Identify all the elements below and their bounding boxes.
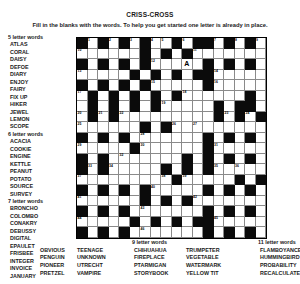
white-cell[interactable] (203, 175, 214, 186)
white-cell[interactable] (245, 80, 256, 91)
white-cell[interactable] (98, 122, 109, 133)
white-cell[interactable] (151, 206, 162, 217)
white-cell[interactable] (203, 112, 214, 123)
white-cell[interactable] (224, 175, 235, 186)
white-cell[interactable] (119, 196, 130, 207)
white-cell[interactable] (256, 70, 267, 81)
white-cell[interactable] (130, 196, 141, 207)
white-cell[interactable] (224, 217, 235, 228)
white-cell[interactable]: 31 (214, 143, 225, 154)
white-cell[interactable] (193, 143, 204, 154)
white-cell[interactable] (256, 164, 267, 175)
white-cell[interactable] (130, 154, 141, 165)
white-cell[interactable] (224, 143, 235, 154)
clue-number: 28 (141, 132, 145, 136)
white-cell[interactable] (88, 185, 99, 196)
word-list-header: 5 letter words (8, 34, 74, 41)
white-cell[interactable] (88, 196, 99, 207)
white-cell[interactable] (140, 217, 151, 228)
white-cell[interactable] (256, 227, 267, 238)
white-cell[interactable] (88, 206, 99, 217)
white-cell[interactable] (235, 80, 246, 91)
white-cell[interactable] (151, 227, 162, 238)
white-cell[interactable] (214, 175, 225, 186)
white-cell[interactable] (224, 196, 235, 207)
clue-number: 26 (172, 122, 176, 126)
crossword-grid: 123456789101112A131415161718192021222324… (76, 37, 267, 239)
white-cell[interactable]: 34 (109, 164, 120, 175)
black-cell (235, 112, 246, 123)
white-cell[interactable] (98, 49, 109, 60)
white-cell[interactable] (224, 164, 235, 175)
black-cell (203, 154, 214, 165)
white-cell[interactable]: 5 (161, 38, 172, 49)
white-cell[interactable] (214, 206, 225, 217)
white-cell[interactable] (245, 217, 256, 228)
white-cell[interactable] (130, 133, 141, 144)
white-cell[interactable] (214, 154, 225, 165)
white-cell[interactable]: 10 (77, 49, 88, 60)
white-cell[interactable]: 17 (77, 91, 88, 102)
white-cell[interactable] (256, 59, 267, 70)
white-cell[interactable] (193, 206, 204, 217)
clue-number: 46 (141, 227, 145, 231)
white-cell[interactable] (245, 175, 256, 186)
white-cell[interactable] (88, 122, 99, 133)
white-cell[interactable] (119, 101, 130, 112)
white-cell[interactable] (182, 80, 193, 91)
white-cell[interactable] (161, 227, 172, 238)
black-cell (172, 38, 183, 49)
white-cell[interactable] (256, 154, 267, 165)
white-cell[interactable] (256, 101, 267, 112)
white-cell[interactable] (140, 175, 151, 186)
white-cell[interactable] (109, 196, 120, 207)
clue-number: 31 (214, 143, 218, 147)
white-cell[interactable] (193, 80, 204, 91)
white-cell[interactable]: 41 (77, 196, 88, 207)
white-cell[interactable] (151, 154, 162, 165)
white-cell[interactable]: 39 (182, 175, 193, 186)
black-cell (224, 227, 235, 238)
white-cell[interactable] (130, 122, 141, 133)
white-cell[interactable] (109, 175, 120, 186)
white-cell[interactable] (140, 101, 151, 112)
white-cell[interactable] (98, 101, 109, 112)
white-cell[interactable] (109, 59, 120, 70)
white-cell[interactable] (151, 112, 162, 123)
black-cell (77, 227, 88, 238)
puzzle-instructions: Fill in the blanks with the words. To he… (0, 22, 300, 28)
white-cell[interactable] (151, 164, 162, 175)
white-cell[interactable] (182, 206, 193, 217)
white-cell[interactable] (235, 91, 246, 102)
clue-number: 13 (78, 69, 82, 73)
white-cell[interactable] (109, 80, 120, 91)
white-cell[interactable] (119, 143, 130, 154)
white-cell[interactable] (235, 154, 246, 165)
white-cell[interactable] (161, 70, 172, 81)
black-cell (256, 175, 267, 186)
white-cell[interactable] (88, 80, 99, 91)
white-cell[interactable]: 30 (140, 143, 151, 154)
word-item: SCOPE (8, 123, 74, 130)
white-cell[interactable]: 13 (77, 70, 88, 81)
white-cell[interactable] (109, 122, 120, 133)
clue-number: 34 (109, 164, 113, 168)
white-cell[interactable] (172, 206, 183, 217)
black-cell (203, 59, 214, 70)
white-cell[interactable] (235, 185, 246, 196)
white-cell[interactable] (119, 70, 130, 81)
white-cell[interactable] (214, 49, 225, 60)
white-cell[interactable] (161, 206, 172, 217)
white-cell[interactable]: 2 (109, 38, 120, 49)
puzzle-title: CRISS-CROSS (0, 11, 300, 18)
white-cell[interactable]: 16 (214, 80, 225, 91)
white-cell[interactable]: 1 (88, 38, 99, 49)
word-item: TEENAGE (75, 247, 106, 255)
white-cell[interactable] (130, 112, 141, 123)
white-cell[interactable] (245, 49, 256, 60)
white-cell[interactable] (256, 91, 267, 102)
white-cell[interactable] (88, 133, 99, 144)
word-item: COOKIE (8, 146, 74, 153)
white-cell[interactable] (235, 206, 246, 217)
white-cell[interactable] (245, 122, 256, 133)
white-cell[interactable] (193, 175, 204, 186)
white-cell[interactable] (193, 185, 204, 196)
white-cell[interactable] (119, 217, 130, 228)
white-cell[interactable] (119, 91, 130, 102)
black-cell (203, 133, 214, 144)
white-cell[interactable]: 27 (193, 122, 204, 133)
white-cell[interactable] (245, 70, 256, 81)
white-cell[interactable]: 4 (151, 38, 162, 49)
white-cell[interactable] (203, 101, 214, 112)
white-cell[interactable] (172, 49, 183, 60)
white-cell[interactable] (256, 49, 267, 60)
white-cell[interactable] (98, 217, 109, 228)
white-cell[interactable] (214, 196, 225, 207)
given-letter: A (182, 59, 192, 69)
white-cell[interactable] (88, 154, 99, 165)
white-cell[interactable] (151, 175, 162, 186)
white-cell[interactable] (140, 91, 151, 102)
white-cell[interactable]: 46 (140, 227, 151, 238)
black-cell (140, 80, 151, 91)
white-cell[interactable] (245, 143, 256, 154)
white-cell[interactable] (224, 122, 235, 133)
white-cell[interactable]: 6 (182, 38, 193, 49)
black-cell (245, 154, 256, 165)
black-cell (245, 206, 256, 217)
white-cell[interactable] (193, 164, 204, 175)
white-cell[interactable] (109, 206, 120, 217)
white-cell[interactable] (77, 101, 88, 112)
white-cell[interactable] (161, 59, 172, 70)
white-cell[interactable]: 19 (161, 101, 172, 112)
white-cell[interactable]: 23 (224, 112, 235, 123)
word-list-header: 9 letter words (132, 239, 168, 247)
white-cell[interactable] (140, 70, 151, 81)
white-cell[interactable] (109, 133, 120, 144)
white-cell[interactable]: 9 (256, 38, 267, 49)
white-cell[interactable]: 45 (214, 217, 225, 228)
white-cell[interactable]: 44 (77, 217, 88, 228)
white-cell[interactable] (109, 227, 120, 238)
white-cell[interactable]: 24 (245, 112, 256, 123)
black-cell (214, 112, 225, 123)
white-cell[interactable] (214, 185, 225, 196)
black-cell (88, 112, 99, 123)
white-cell[interactable]: 14 (214, 70, 225, 81)
white-cell[interactable] (193, 101, 204, 112)
white-cell[interactable] (256, 196, 267, 207)
white-cell[interactable]: 35 (214, 164, 225, 175)
white-cell[interactable] (182, 185, 193, 196)
white-cell[interactable] (256, 122, 267, 133)
white-cell[interactable] (98, 70, 109, 81)
white-cell[interactable] (182, 143, 193, 154)
white-cell[interactable] (256, 143, 267, 154)
white-cell[interactable] (98, 91, 109, 102)
white-cell[interactable] (130, 227, 141, 238)
white-cell[interactable] (119, 164, 130, 175)
white-cell[interactable] (151, 196, 162, 207)
white-cell[interactable]: 32 (119, 154, 130, 165)
white-cell[interactable] (161, 154, 172, 165)
white-cell[interactable]: 29 (77, 143, 88, 154)
white-cell[interactable] (161, 143, 172, 154)
white-cell[interactable]: 22 (119, 112, 130, 123)
white-cell[interactable] (224, 70, 235, 81)
black-cell (224, 154, 235, 165)
white-cell[interactable] (224, 91, 235, 102)
white-cell[interactable] (193, 133, 204, 144)
white-cell[interactable] (193, 91, 204, 102)
black-cell (245, 101, 256, 112)
white-cell[interactable] (172, 227, 183, 238)
white-cell[interactable] (214, 59, 225, 70)
black-cell (235, 101, 246, 112)
white-cell[interactable] (172, 133, 183, 144)
clue-number: 17 (78, 90, 82, 94)
white-cell[interactable]: 21 (98, 112, 109, 123)
clue-number: 30 (141, 143, 145, 147)
white-cell[interactable] (130, 80, 141, 91)
white-cell[interactable] (235, 122, 246, 133)
clue-number: 37 (78, 174, 82, 178)
white-cell[interactable] (161, 80, 172, 91)
white-cell[interactable] (140, 112, 151, 123)
white-cell[interactable] (214, 227, 225, 238)
white-cell[interactable] (193, 227, 204, 238)
white-cell[interactable] (151, 49, 162, 60)
white-cell[interactable] (172, 164, 183, 175)
white-cell[interactable] (130, 59, 141, 70)
white-cell[interactable] (161, 217, 172, 228)
white-cell[interactable] (235, 143, 246, 154)
white-cell[interactable] (172, 196, 183, 207)
black-cell (161, 122, 172, 133)
white-cell[interactable]: 43 (140, 206, 151, 217)
black-cell (172, 217, 183, 228)
black-cell (140, 38, 151, 49)
white-cell[interactable] (256, 80, 267, 91)
white-cell[interactable] (140, 154, 151, 165)
white-cell[interactable]: 37 (77, 175, 88, 186)
black-cell (245, 91, 256, 102)
white-cell[interactable] (161, 112, 172, 123)
white-cell[interactable] (119, 122, 130, 133)
white-cell[interactable]: 42 (193, 196, 204, 207)
black-cell (88, 101, 99, 112)
white-cell[interactable] (193, 112, 204, 123)
white-cell[interactable] (109, 143, 120, 154)
word-item: OBVIOUS (38, 247, 65, 255)
white-cell[interactable]: 15 (151, 80, 162, 91)
white-cell[interactable]: 36 (235, 164, 246, 175)
white-cell[interactable] (119, 175, 130, 186)
black-cell (172, 91, 183, 102)
white-cell[interactable] (109, 185, 120, 196)
white-cell[interactable] (88, 59, 99, 70)
white-cell[interactable]: 33 (88, 164, 99, 175)
white-cell[interactable]: 28 (140, 133, 151, 144)
white-cell[interactable] (224, 80, 235, 91)
black-cell (77, 80, 88, 91)
clue-number: 25 (78, 122, 82, 126)
white-cell[interactable]: 26 (172, 122, 183, 133)
white-cell[interactable] (172, 143, 183, 154)
white-cell[interactable] (256, 185, 267, 196)
white-cell[interactable] (172, 80, 183, 91)
white-cell[interactable]: 18 (182, 91, 193, 102)
white-cell[interactable] (130, 185, 141, 196)
white-cell[interactable] (109, 49, 120, 60)
white-cell[interactable]: 8 (235, 38, 246, 49)
white-cell[interactable] (182, 112, 193, 123)
white-cell[interactable] (182, 217, 193, 228)
black-cell (109, 91, 120, 102)
white-cell[interactable] (161, 133, 172, 144)
white-cell[interactable]: 40 (151, 185, 162, 196)
white-cell[interactable] (161, 185, 172, 196)
white-cell[interactable] (109, 217, 120, 228)
white-cell[interactable] (193, 154, 204, 165)
white-cell[interactable] (182, 227, 193, 238)
white-cell[interactable] (256, 133, 267, 144)
black-cell (98, 59, 109, 70)
white-cell[interactable] (109, 154, 120, 165)
white-cell[interactable] (256, 206, 267, 217)
white-cell[interactable] (203, 49, 214, 60)
white-cell[interactable] (235, 196, 246, 207)
white-cell[interactable] (193, 59, 204, 70)
white-cell[interactable]: 11 (193, 49, 204, 60)
white-cell[interactable]: 38 (161, 175, 172, 186)
white-cell[interactable] (88, 70, 99, 81)
white-cell[interactable] (182, 122, 193, 133)
white-cell[interactable] (235, 70, 246, 81)
white-cell[interactable] (235, 49, 246, 60)
white-cell[interactable] (130, 175, 141, 186)
white-cell[interactable] (151, 122, 162, 133)
white-cell[interactable] (235, 217, 246, 228)
white-cell[interactable] (130, 164, 141, 175)
white-cell[interactable] (214, 122, 225, 133)
white-cell[interactable] (172, 154, 183, 165)
white-cell[interactable]: 20 (77, 112, 88, 123)
white-cell[interactable] (88, 217, 99, 228)
white-cell[interactable]: 7 (214, 38, 225, 49)
white-cell[interactable] (182, 101, 193, 112)
white-cell[interactable]: 25 (77, 122, 88, 133)
white-cell[interactable] (235, 227, 246, 238)
white-cell[interactable] (203, 122, 214, 133)
white-cell[interactable] (119, 49, 130, 60)
word-item: ACACIA (8, 138, 74, 145)
white-cell[interactable] (98, 175, 109, 186)
white-cell[interactable] (203, 91, 214, 102)
white-cell[interactable] (172, 59, 183, 70)
white-cell[interactable] (245, 196, 256, 207)
white-cell[interactable] (182, 70, 193, 81)
white-cell[interactable] (88, 49, 99, 60)
white-cell[interactable] (130, 206, 141, 217)
white-cell[interactable] (203, 196, 214, 207)
word-item: SURVEY (8, 191, 74, 198)
word-item: KETTLE (8, 161, 74, 168)
clue-number: 1 (88, 38, 90, 42)
white-cell[interactable] (214, 91, 225, 102)
white-cell[interactable] (88, 143, 99, 154)
white-cell[interactable] (172, 101, 183, 112)
white-cell[interactable] (214, 133, 225, 144)
word-list-column: 9 letter wordsCHIHUAHUAFIREPLACEPTARMIGA… (132, 239, 168, 278)
white-cell[interactable] (172, 185, 183, 196)
white-cell[interactable] (235, 59, 246, 70)
black-cell (193, 217, 204, 228)
white-cell[interactable] (151, 133, 162, 144)
white-cell[interactable] (130, 49, 141, 60)
white-cell[interactable] (88, 227, 99, 238)
black-cell (77, 38, 88, 49)
white-cell[interactable]: 3 (130, 38, 141, 49)
white-cell[interactable] (256, 217, 267, 228)
white-cell[interactable] (98, 143, 109, 154)
white-cell[interactable] (235, 133, 246, 144)
spacer (75, 239, 106, 247)
white-cell[interactable] (172, 112, 183, 123)
white-cell[interactable]: A (182, 59, 193, 70)
white-cell[interactable] (182, 133, 193, 144)
clue-number: 12 (151, 59, 155, 63)
white-cell[interactable] (151, 143, 162, 154)
black-cell (172, 175, 183, 186)
white-cell[interactable] (98, 196, 109, 207)
white-cell[interactable] (245, 164, 256, 175)
white-cell[interactable]: 12 (151, 59, 162, 70)
white-cell[interactable] (88, 175, 99, 186)
black-cell (119, 227, 130, 238)
white-cell[interactable] (140, 164, 151, 175)
white-cell[interactable] (161, 91, 172, 102)
white-cell[interactable] (224, 49, 235, 60)
white-cell[interactable] (109, 70, 120, 81)
white-cell[interactable] (224, 101, 235, 112)
